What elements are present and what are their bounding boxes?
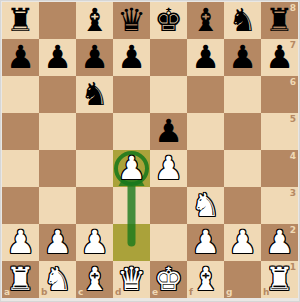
black-queen[interactable]: ♛	[113, 2, 150, 39]
square-g1[interactable]: g	[224, 261, 261, 298]
square-h4[interactable]: 4	[261, 150, 298, 187]
square-c8[interactable]: ♝	[76, 2, 113, 39]
square-f2[interactable]: ♟	[187, 224, 224, 261]
white-rook[interactable]: ♜	[261, 261, 298, 298]
square-c6[interactable]: ♞	[76, 76, 113, 113]
black-pawn[interactable]: ♟	[39, 39, 76, 76]
square-d5[interactable]	[113, 113, 150, 150]
square-a1[interactable]: a♜	[2, 261, 39, 298]
square-c1[interactable]: c♝	[76, 261, 113, 298]
square-g7[interactable]: ♟	[224, 39, 261, 76]
file-label-g: g	[226, 287, 232, 297]
square-c7[interactable]: ♟	[76, 39, 113, 76]
square-b3[interactable]	[39, 187, 76, 224]
white-rook[interactable]: ♜	[2, 261, 39, 298]
square-h3[interactable]: 3	[261, 187, 298, 224]
square-f4[interactable]	[187, 150, 224, 187]
square-f8[interactable]: ♝	[187, 2, 224, 39]
black-knight[interactable]: ♞	[76, 76, 113, 113]
square-b8[interactable]	[39, 2, 76, 39]
square-f3[interactable]: ♞	[187, 187, 224, 224]
square-c3[interactable]	[76, 187, 113, 224]
square-h6[interactable]: 6	[261, 76, 298, 113]
square-a2[interactable]: ♟	[2, 224, 39, 261]
white-pawn[interactable]: ♟	[76, 224, 113, 261]
square-a5[interactable]	[2, 113, 39, 150]
square-g2[interactable]: ♟	[224, 224, 261, 261]
square-a7[interactable]: ♟	[2, 39, 39, 76]
white-pawn[interactable]: ♟	[39, 224, 76, 261]
square-b7[interactable]: ♟	[39, 39, 76, 76]
square-d1[interactable]: d♛	[113, 261, 150, 298]
black-bishop[interactable]: ♝	[187, 2, 224, 39]
square-a3[interactable]	[2, 187, 39, 224]
white-pawn[interactable]: ♟	[2, 224, 39, 261]
white-king[interactable]: ♚	[150, 261, 187, 298]
rank-label-4: 4	[290, 151, 296, 161]
square-e2[interactable]	[150, 224, 187, 261]
square-g5[interactable]	[224, 113, 261, 150]
rank-label-3: 3	[290, 188, 296, 198]
square-c4[interactable]	[76, 150, 113, 187]
black-rook[interactable]: ♜	[261, 2, 298, 39]
square-d3[interactable]	[113, 187, 150, 224]
white-queen[interactable]: ♛	[113, 261, 150, 298]
square-d4[interactable]: ♟	[113, 150, 150, 187]
square-e1[interactable]: e♚	[150, 261, 187, 298]
black-pawn[interactable]: ♟	[187, 39, 224, 76]
square-h8[interactable]: 8♜	[261, 2, 298, 39]
square-d7[interactable]: ♟	[113, 39, 150, 76]
square-g3[interactable]	[224, 187, 261, 224]
white-pawn[interactable]: ♟	[224, 224, 261, 261]
square-e5[interactable]: ♟	[150, 113, 187, 150]
square-h5[interactable]: 5	[261, 113, 298, 150]
chess-board-frame: ♜♝♛♚♝♞8♜♟♟♟♟♟♟7♟♞6♟5♟♟4♞3♟♟♟♟♟2♟a♜b♞c♝d♛…	[0, 0, 300, 302]
square-a8[interactable]: ♜	[2, 2, 39, 39]
black-pawn[interactable]: ♟	[76, 39, 113, 76]
square-c5[interactable]	[76, 113, 113, 150]
black-pawn[interactable]: ♟	[224, 39, 261, 76]
white-pawn[interactable]: ♟	[187, 224, 224, 261]
white-knight[interactable]: ♞	[39, 261, 76, 298]
square-d2[interactable]	[113, 224, 150, 261]
white-pawn[interactable]: ♟	[113, 150, 150, 187]
rank-label-5: 5	[290, 114, 296, 124]
square-f6[interactable]	[187, 76, 224, 113]
square-a6[interactable]	[2, 76, 39, 113]
square-f5[interactable]	[187, 113, 224, 150]
square-d8[interactable]: ♛	[113, 2, 150, 39]
square-h1[interactable]: 1h♜	[261, 261, 298, 298]
square-g4[interactable]	[224, 150, 261, 187]
square-f7[interactable]: ♟	[187, 39, 224, 76]
black-pawn[interactable]: ♟	[150, 113, 187, 150]
black-knight[interactable]: ♞	[224, 2, 261, 39]
square-g6[interactable]	[224, 76, 261, 113]
white-pawn[interactable]: ♟	[150, 150, 187, 187]
square-h2[interactable]: 2♟	[261, 224, 298, 261]
black-rook[interactable]: ♜	[2, 2, 39, 39]
black-king[interactable]: ♚	[150, 2, 187, 39]
square-e7[interactable]	[150, 39, 187, 76]
chess-board: ♜♝♛♚♝♞8♜♟♟♟♟♟♟7♟♞6♟5♟♟4♞3♟♟♟♟♟2♟a♜b♞c♝d♛…	[2, 2, 298, 298]
black-pawn[interactable]: ♟	[113, 39, 150, 76]
white-bishop[interactable]: ♝	[76, 261, 113, 298]
square-c2[interactable]: ♟	[76, 224, 113, 261]
rank-label-6: 6	[290, 77, 296, 87]
square-b4[interactable]	[39, 150, 76, 187]
square-h7[interactable]: 7♟	[261, 39, 298, 76]
black-pawn[interactable]: ♟	[2, 39, 39, 76]
black-bishop[interactable]: ♝	[76, 2, 113, 39]
square-b5[interactable]	[39, 113, 76, 150]
black-pawn[interactable]: ♟	[261, 39, 298, 76]
square-f1[interactable]: f♝	[187, 261, 224, 298]
white-knight[interactable]: ♞	[187, 187, 224, 224]
square-b1[interactable]: b♞	[39, 261, 76, 298]
square-b6[interactable]	[39, 76, 76, 113]
square-b2[interactable]: ♟	[39, 224, 76, 261]
square-a4[interactable]	[2, 150, 39, 187]
square-e4[interactable]: ♟	[150, 150, 187, 187]
square-e6[interactable]	[150, 76, 187, 113]
square-e3[interactable]	[150, 187, 187, 224]
white-bishop[interactable]: ♝	[187, 261, 224, 298]
white-pawn[interactable]: ♟	[261, 224, 298, 261]
square-g8[interactable]: ♞	[224, 2, 261, 39]
square-e8[interactable]: ♚	[150, 2, 187, 39]
square-d6[interactable]	[113, 76, 150, 113]
